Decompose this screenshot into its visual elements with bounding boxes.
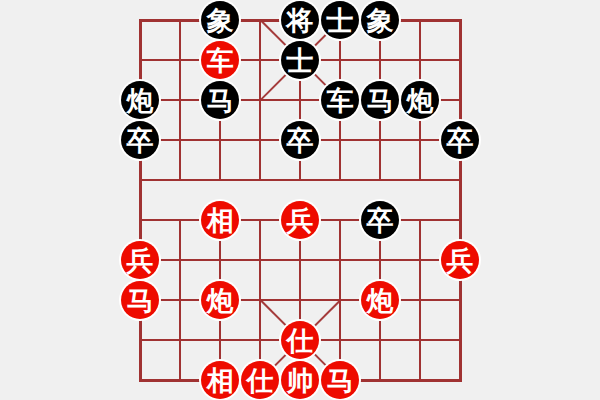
black-horse[interactable]: 马 <box>361 81 399 119</box>
point-marker-bracket <box>224 128 232 136</box>
xiangqi-screenshot: 象将士象士车炮马车马炮卒卒卒相兵卒兵兵马炮炮仕相仕帅马 <box>0 0 600 400</box>
point-marker-bracket <box>208 128 216 136</box>
red-elephant[interactable]: 相 <box>201 201 239 239</box>
red-soldier[interactable]: 兵 <box>281 201 319 239</box>
point-marker-bracket <box>408 288 416 296</box>
black-elephant[interactable]: 象 <box>201 1 239 39</box>
xiangqi-board: 象将士象士车炮马车马炮卒卒卒相兵卒兵兵马炮炮仕相仕帅马 <box>140 20 460 380</box>
black-soldier[interactable]: 卒 <box>441 121 479 159</box>
point-marker-bracket <box>288 264 296 272</box>
black-advisor[interactable]: 士 <box>281 41 319 79</box>
point-marker-bracket <box>184 304 192 312</box>
point-marker-bracket <box>168 304 176 312</box>
black-general[interactable]: 将 <box>281 1 319 39</box>
point-marker-bracket <box>368 144 376 152</box>
black-soldier[interactable]: 卒 <box>121 121 159 159</box>
point-marker-bracket <box>224 248 232 256</box>
red-cannon[interactable]: 炮 <box>201 281 239 319</box>
black-elephant[interactable]: 象 <box>361 1 399 39</box>
black-advisor[interactable]: 士 <box>321 1 359 39</box>
red-advisor[interactable]: 仕 <box>281 321 319 359</box>
black-soldier[interactable]: 卒 <box>281 121 319 159</box>
point-marker-bracket <box>368 128 376 136</box>
black-cannon[interactable]: 炮 <box>401 81 439 119</box>
red-chariot[interactable]: 车 <box>201 41 239 79</box>
red-advisor[interactable]: 仕 <box>241 361 279 399</box>
red-horse[interactable]: 马 <box>121 281 159 319</box>
grid-line-v <box>179 20 181 180</box>
point-marker-bracket <box>304 264 312 272</box>
point-marker-bracket <box>168 288 176 296</box>
point-marker-bracket <box>368 248 376 256</box>
point-marker-bracket <box>208 264 216 272</box>
point-marker-bracket <box>384 144 392 152</box>
red-horse[interactable]: 马 <box>321 361 359 399</box>
point-marker-bracket <box>288 248 296 256</box>
grid-line-v <box>179 220 181 380</box>
red-elephant[interactable]: 相 <box>201 361 239 399</box>
point-marker-bracket <box>304 248 312 256</box>
point-marker-bracket <box>184 288 192 296</box>
black-cannon[interactable]: 炮 <box>121 81 159 119</box>
point-marker-bracket <box>224 144 232 152</box>
black-chariot[interactable]: 车 <box>321 81 359 119</box>
point-marker-bracket <box>384 264 392 272</box>
point-marker-bracket <box>208 144 216 152</box>
point-marker-bracket <box>208 248 216 256</box>
point-marker-bracket <box>384 128 392 136</box>
point-marker-bracket <box>184 88 192 96</box>
black-soldier[interactable]: 卒 <box>361 201 399 239</box>
point-marker-bracket <box>384 248 392 256</box>
point-marker-bracket <box>168 104 176 112</box>
red-soldier[interactable]: 兵 <box>121 241 159 279</box>
point-marker-bracket <box>184 104 192 112</box>
point-marker-bracket <box>368 264 376 272</box>
red-soldier[interactable]: 兵 <box>441 241 479 279</box>
red-cannon[interactable]: 炮 <box>361 281 399 319</box>
point-marker-bracket <box>224 264 232 272</box>
black-horse[interactable]: 马 <box>201 81 239 119</box>
point-marker-bracket <box>408 304 416 312</box>
point-marker-bracket <box>424 304 432 312</box>
grid-line-v <box>419 220 421 380</box>
point-marker-bracket <box>168 88 176 96</box>
point-marker-bracket <box>424 288 432 296</box>
red-general[interactable]: 帅 <box>281 361 319 399</box>
